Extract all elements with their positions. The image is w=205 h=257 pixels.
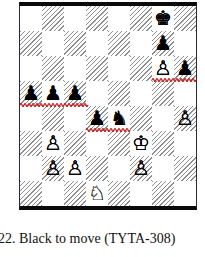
square-c7 <box>64 31 86 56</box>
square-f5 <box>130 81 152 106</box>
square-h3 <box>174 131 196 156</box>
black-king-icon: ♚ <box>152 6 174 31</box>
square-b6 <box>42 56 64 81</box>
square-g1 <box>152 181 174 206</box>
square-b7 <box>42 31 64 56</box>
white-pawn-icon: ♙ <box>174 106 196 131</box>
white-pawn-icon: ♙ <box>42 131 64 156</box>
diagram-caption: 22. Black to move (TYTA-308) <box>0 231 205 247</box>
square-a1 <box>20 181 42 206</box>
square-c3 <box>64 131 86 156</box>
page: ♚♟♙♟♟♟♟♟♞♙♙♔♙♙♙♘ 22. Black to move (TYTA… <box>0 0 205 257</box>
square-d2 <box>86 156 108 181</box>
red-squiggle-underline <box>152 77 196 82</box>
square-a4 <box>20 106 42 131</box>
square-e2 <box>108 156 130 181</box>
square-d8 <box>86 6 108 31</box>
square-b4 <box>42 106 64 131</box>
square-g5 <box>152 81 174 106</box>
square-a3 <box>20 131 42 156</box>
square-b8 <box>42 6 64 31</box>
square-d1: ♘ <box>86 181 108 206</box>
square-h8 <box>174 6 196 31</box>
square-f2: ♙ <box>130 156 152 181</box>
square-h4: ♙ <box>174 106 196 131</box>
square-f7 <box>130 31 152 56</box>
square-c2: ♙ <box>64 156 86 181</box>
square-h5 <box>174 81 196 106</box>
square-e5 <box>108 81 130 106</box>
square-e3 <box>108 131 130 156</box>
square-h7 <box>174 31 196 56</box>
chess-board: ♚♟♙♟♟♟♟♟♞♙♙♔♙♙♙♘ <box>20 6 196 206</box>
square-g8: ♚ <box>152 6 174 31</box>
square-f8 <box>130 6 152 31</box>
square-b3: ♙ <box>42 131 64 156</box>
square-c4 <box>64 106 86 131</box>
square-e1 <box>108 181 130 206</box>
square-e6 <box>108 56 130 81</box>
square-h1 <box>174 181 196 206</box>
square-c6 <box>64 56 86 81</box>
square-f1 <box>130 181 152 206</box>
chess-board-frame: ♚♟♙♟♟♟♟♟♞♙♙♔♙♙♙♘ <box>19 2 197 210</box>
red-squiggle-underline <box>86 127 130 132</box>
red-squiggle-underline <box>20 102 86 107</box>
square-d7 <box>86 31 108 56</box>
square-a8 <box>20 6 42 31</box>
square-c8 <box>64 6 86 31</box>
square-e7 <box>108 31 130 56</box>
square-d6 <box>86 56 108 81</box>
square-f6 <box>130 56 152 81</box>
square-d5 <box>86 81 108 106</box>
square-b1 <box>42 181 64 206</box>
square-g2 <box>152 156 174 181</box>
white-pawn-icon: ♙ <box>64 156 86 181</box>
square-b2: ♙ <box>42 156 64 181</box>
square-e8 <box>108 6 130 31</box>
square-g7: ♟ <box>152 31 174 56</box>
white-knight-icon: ♘ <box>86 181 108 206</box>
white-pawn-icon: ♙ <box>42 156 64 181</box>
white-king-icon: ♔ <box>130 131 152 156</box>
square-f4 <box>130 106 152 131</box>
square-c1 <box>64 181 86 206</box>
square-a7 <box>20 31 42 56</box>
square-a6 <box>20 56 42 81</box>
square-d3 <box>86 131 108 156</box>
square-g3 <box>152 131 174 156</box>
square-a2 <box>20 156 42 181</box>
black-pawn-icon: ♟ <box>152 31 174 56</box>
white-pawn-icon: ♙ <box>130 156 152 181</box>
square-g4 <box>152 106 174 131</box>
square-h2 <box>174 156 196 181</box>
square-f3: ♔ <box>130 131 152 156</box>
